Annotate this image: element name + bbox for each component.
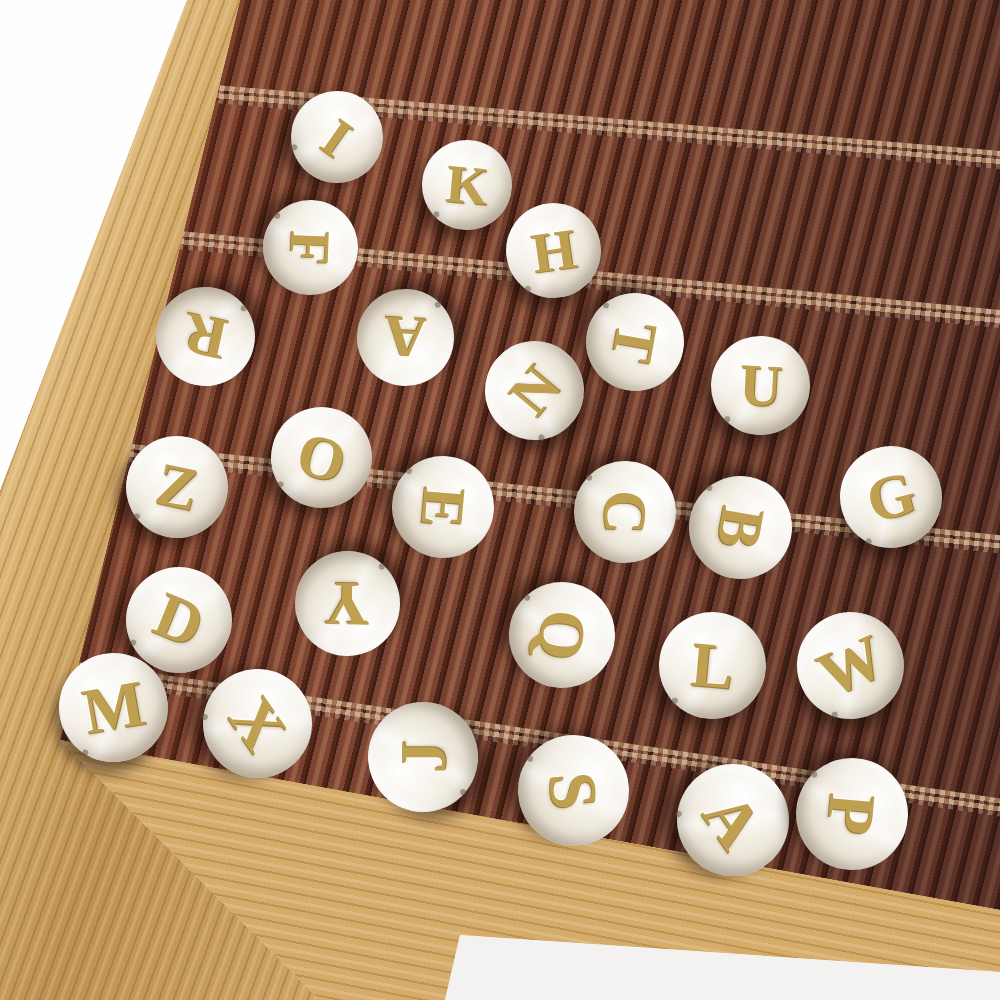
bead-letter-n[interactable]: N <box>464 320 603 459</box>
bead-letter-w[interactable]: W <box>779 594 920 735</box>
bead-letter-glyph: K <box>443 152 490 217</box>
bead-letter-glyph: G <box>859 457 923 537</box>
bead-letter-glyph: L <box>688 626 737 703</box>
bead-letter-c[interactable]: C <box>572 459 677 564</box>
bead-letter-z[interactable]: Z <box>117 427 238 548</box>
bead-letter-l[interactable]: L <box>654 607 770 723</box>
bead-letter-glyph: R <box>177 298 233 374</box>
bead-letter-u[interactable]: U <box>708 333 812 437</box>
bead-letter-r[interactable]: R <box>146 277 263 394</box>
bead-letter-glyph: B <box>701 500 778 553</box>
bead-letter-o[interactable]: O <box>259 395 383 519</box>
bead-letter-glyph: C <box>589 489 660 535</box>
bead-letter-glyph: N <box>494 352 574 429</box>
bead-letter-glyph: Z <box>150 449 204 526</box>
bead-letter-glyph: F <box>277 228 343 265</box>
photo-scene: IKFHRATUNOZECGBDYQLWMXJSAP <box>0 0 1000 1000</box>
bead-letter-glyph: Q <box>523 607 601 663</box>
bead-letter-k[interactable]: K <box>418 136 516 234</box>
bead-letter-glyph: J <box>385 741 461 774</box>
bead-letter-y[interactable]: Y <box>294 550 401 657</box>
beads-layer: IKFHRATUNOZECGBDYQLWMXJSAP <box>0 0 1000 1000</box>
bead-letter-p[interactable]: P <box>791 753 912 874</box>
bead-letter-g[interactable]: G <box>829 435 954 560</box>
bead-letter-glyph: M <box>76 665 149 750</box>
bead-letter-glyph: A <box>688 778 779 862</box>
bead-letter-s[interactable]: S <box>513 730 633 850</box>
bead-letter-glyph: Y <box>324 566 371 640</box>
bead-letter-glyph: X <box>213 682 301 763</box>
bead-letter-glyph: U <box>737 349 783 420</box>
bead-letter-f[interactable]: F <box>261 198 359 296</box>
bead-letter-glyph: E <box>406 484 479 531</box>
bead-letter-x[interactable]: X <box>181 647 333 799</box>
bead-letter-glyph: T <box>598 317 673 368</box>
bead-letter-t[interactable]: T <box>578 285 692 399</box>
bead-letter-glyph: P <box>812 790 892 837</box>
bead-letter-glyph: O <box>289 417 353 497</box>
bead-letter-q[interactable]: Q <box>505 578 620 693</box>
bead-letter-glyph: I <box>310 105 364 169</box>
bead-letter-a[interactable]: A <box>354 286 456 388</box>
bead-letter-i[interactable]: I <box>273 73 401 201</box>
bead-letter-glyph: S <box>533 768 613 812</box>
bead-letter-glyph: D <box>144 577 215 663</box>
bead-letter-h[interactable]: H <box>499 196 606 303</box>
bead-letter-b[interactable]: B <box>680 467 799 586</box>
bead-letter-j[interactable]: J <box>368 702 478 812</box>
bead-letter-glyph: A <box>382 302 427 371</box>
bead-letter-glyph: H <box>527 215 580 286</box>
bead-letter-glyph: W <box>806 618 895 712</box>
bead-letter-e[interactable]: E <box>388 452 499 563</box>
bead-letter-a[interactable]: A <box>655 742 811 898</box>
